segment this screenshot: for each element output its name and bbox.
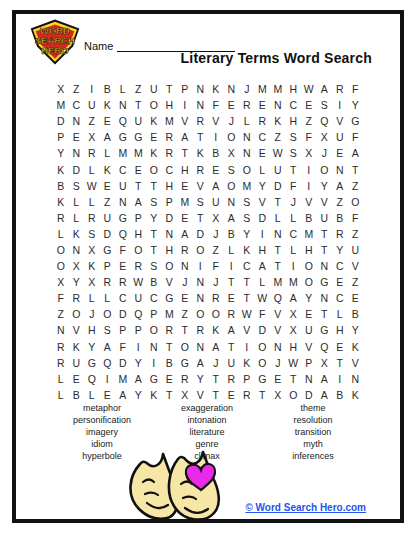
grid-cell: Z [348,226,364,242]
grid-cell: O [301,258,317,274]
grid-cell: A [208,178,224,194]
grid-cell: B [53,178,69,194]
grid-cell: A [286,290,302,306]
grid-cell: O [208,306,224,322]
grid-cell: L [84,290,100,306]
grid-cell: X [317,129,333,145]
grid-cell: X [177,387,193,403]
grid-cell: F [255,306,271,322]
grid-cell: W [270,145,286,161]
grid-cell: R [208,290,224,306]
grid-cell: E [177,290,193,306]
grid-cell: N [53,322,69,338]
grid-cell: P [100,258,116,274]
grid-cell: V [69,322,85,338]
grid-cell: S [84,226,100,242]
page-title: Literary Terms Word Search [181,50,372,66]
grid-cell: M [131,145,147,161]
grid-cell: O [146,97,162,113]
grid-cell: W [84,178,100,194]
grid-cell: D [270,178,286,194]
grid-cell: L [100,145,116,161]
grid-cell: I [146,355,162,371]
grid-cell: A [100,129,116,145]
grid-cell: D [53,113,69,129]
grid-cell: A [100,339,116,355]
grid-cell: R [53,339,69,355]
grid-cell: Z [301,113,317,129]
grid-cell: V [255,194,271,210]
grid-cell: N [115,97,131,113]
grid-cell: T [317,226,333,242]
grid-cell: A [193,355,209,371]
grid-cell: Q [84,371,100,387]
grid-cell: E [69,371,85,387]
grid-cell: J [208,226,224,242]
grid-cell: I [193,258,209,274]
grid-cell: L [255,274,271,290]
grid-cell: N [317,290,333,306]
grid-cell: Y [301,290,317,306]
grid-cell: X [53,81,69,97]
grid-cell: A [317,371,333,387]
grid-cell: T [224,274,240,290]
grid-cell: H [286,81,302,97]
grid-cell: G [115,129,131,145]
grid-cell: E [224,290,240,306]
letter-grid: XZIBLZUTPNKNJMMHWARFMCUKNTOHINFERENCESIY… [53,81,363,403]
grid-cell: D [100,226,116,242]
grid-cell: F [208,97,224,113]
grid-cell: F [53,290,69,306]
grid-cell: B [146,274,162,290]
grid-cell: D [255,210,271,226]
grid-cell: X [84,129,100,145]
grid-cell: A [317,81,333,97]
grid-cell: P [177,81,193,97]
grid-cell: C [239,258,255,274]
grid-cell: Y [69,274,85,290]
grid-cell: H [255,242,271,258]
grid-cell: L [84,194,100,210]
grid-cell: R [53,210,69,226]
grid-cell: L [239,113,255,129]
grid-cell: M [239,178,255,194]
word-search-hero-logo-icon: WORD SEARCH HERO [28,18,82,66]
grid-cell: R [162,322,178,338]
grid-cell: E [301,306,317,322]
grid-cell: Y [348,97,364,113]
grid-cell: E [208,161,224,177]
grid-cell: O [255,355,271,371]
grid-cell: X [84,274,100,290]
grid-cell: K [348,387,364,403]
grid-cell: T [162,81,178,97]
grid-cell: C [115,161,131,177]
grid-cell: A [208,339,224,355]
grid-cell: J [270,355,286,371]
grid-cell: W [255,290,271,306]
grid-cell: L [286,210,302,226]
grid-cell: M [255,81,271,97]
grid-cell: I [208,129,224,145]
grid-cell: H [332,322,348,338]
grid-cell: K [146,387,162,403]
grid-cell: F [115,339,131,355]
grid-cell: K [239,242,255,258]
grid-cell: O [177,339,193,355]
grid-cell: S [239,210,255,226]
grid-cell: T [193,129,209,145]
grid-cell: E [348,290,364,306]
grid-cell: X [224,145,240,161]
grid-cell: U [224,355,240,371]
grid-cell: V [301,339,317,355]
grid-cell: H [162,242,178,258]
grid-cell: B [348,306,364,322]
grid-cell: A [115,387,131,403]
grid-cell: M [286,274,302,290]
grid-cell: E [301,97,317,113]
grid-cell: O [146,322,162,338]
grid-cell: F [348,129,364,145]
grid-cell: A [317,387,333,403]
grid-cell: E [115,258,131,274]
grid-cell: E [69,129,85,145]
grid-cell: J [208,274,224,290]
grid-cell: L [84,161,100,177]
grid-cell: R [53,355,69,371]
grid-cell: N [177,258,193,274]
grid-cell: B [224,226,240,242]
grid-cell: N [193,97,209,113]
grid-cell: N [162,226,178,242]
grid-cell: Y [239,226,255,242]
grid-cell: R [239,387,255,403]
word-item: resolution [243,414,383,426]
grid-cell: K [270,113,286,129]
grid-cell: G [115,210,131,226]
grid-cell: V [239,322,255,338]
grid-cell: O [224,178,240,194]
grid-cell: V [317,194,333,210]
grid-cell: G [100,242,116,258]
grid-cell: G [146,371,162,387]
grid-cell: N [224,194,240,210]
grid-cell: Z [348,178,364,194]
grid-cell: E [177,178,193,194]
grid-cell: C [115,290,131,306]
grid-cell: T [162,339,178,355]
grid-cell: U [332,129,348,145]
grid-cell: B [332,210,348,226]
grid-cell: I [301,161,317,177]
grid-cell: J [286,194,302,210]
grid-cell: Z [348,274,364,290]
grid-cell: M [53,97,69,113]
grid-cell: X [208,210,224,226]
grid-cell: Z [332,194,348,210]
grid-cell: N [193,81,209,97]
grid-cell: N [348,371,364,387]
grid-cell: C [286,226,302,242]
footer-link[interactable]: © Word Search Hero.com [245,502,366,513]
grid-cell: T [193,210,209,226]
grid-cell: N [270,339,286,355]
grid-cell: T [239,274,255,290]
grid-cell: R [131,258,147,274]
grid-cell: N [301,371,317,387]
grid-cell: I [332,97,348,113]
grid-cell: T [348,161,364,177]
grid-cell: E [100,178,116,194]
grid-cell: O [317,161,333,177]
word-item: transition [243,426,383,438]
grid-cell: O [131,242,147,258]
grid-cell: K [208,81,224,97]
grid-cell: K [193,145,209,161]
grid-cell: R [100,274,116,290]
grid-cell: O [193,306,209,322]
grid-cell: Q [317,339,333,355]
grid-cell: N [270,226,286,242]
grid-cell: S [286,129,302,145]
grid-cell: N [332,161,348,177]
grid-cell: L [270,210,286,226]
grid-cell: J [84,306,100,322]
grid-cell: Y [53,145,69,161]
grid-cell: Q [100,355,116,371]
grid-cell: G [162,290,178,306]
grid-cell: D [255,322,271,338]
grid-cell: L [286,242,302,258]
grid-cell: A [131,194,147,210]
grid-cell: T [208,371,224,387]
grid-cell: T [177,145,193,161]
grid-cell: L [100,290,116,306]
grid-cell: K [239,355,255,371]
grid-cell: O [224,129,240,145]
grid-cell: E [146,129,162,145]
grid-cell: L [69,210,85,226]
grid-cell: K [53,194,69,210]
grid-cell: L [332,306,348,322]
grid-cell: G [317,274,333,290]
grid-cell: Y [84,339,100,355]
grid-cell: K [146,145,162,161]
grid-cell: S [317,97,333,113]
grid-cell: X [53,274,69,290]
grid-cell: E [224,97,240,113]
grid-cell: O [53,258,69,274]
grid-cell: E [332,145,348,161]
grid-cell: O [162,258,178,274]
grid-cell: N [69,145,85,161]
grid-cell: Q [115,113,131,129]
grid-cell: R [255,113,271,129]
grid-cell: L [53,371,69,387]
grid-cell: J [224,113,240,129]
grid-cell: Y [193,371,209,387]
grid-cell: J [208,355,224,371]
grid-cell: B [301,210,317,226]
grid-cell: A [332,178,348,194]
grid-cell: V [177,113,193,129]
grid-cell: S [193,194,209,210]
word-item: myth [243,438,383,450]
grid-cell: E [100,113,116,129]
grid-cell: K [69,339,85,355]
grid-cell: Z [270,129,286,145]
grid-cell: C [69,97,85,113]
grid-cell: V [348,355,364,371]
grid-cell: O [301,274,317,290]
grid-cell: N [224,81,240,97]
grid-cell: U [146,81,162,97]
grid-cell: K [146,113,162,129]
grid-cell: O [255,339,271,355]
grid-cell: J [317,145,333,161]
grid-cell: E [270,371,286,387]
grid-cell: Y [317,178,333,194]
grid-cell: T [208,387,224,403]
grid-cell: U [69,355,85,371]
grid-cell: O [69,306,85,322]
grid-cell: N [239,129,255,145]
grid-cell: T [146,226,162,242]
grid-cell: Q [115,226,131,242]
grid-cell: Q [270,290,286,306]
grid-cell: Q [131,306,147,322]
grid-cell: V [193,178,209,194]
grid-cell: A [224,210,240,226]
grid-cell: N [115,194,131,210]
grid-cell: T [131,97,147,113]
grid-cell: O [193,242,209,258]
grid-cell: O [146,161,162,177]
grid-cell: K [69,226,85,242]
grid-cell: G [317,322,333,338]
grid-cell: T [317,242,333,258]
grid-cell: S [69,178,85,194]
grid-cell: T [162,387,178,403]
grid-cell: P [53,129,69,145]
grid-cell: S [100,322,116,338]
grid-cell: T [177,322,193,338]
grid-cell: P [131,322,147,338]
grid-cell: K [208,322,224,338]
grid-cell: T [146,242,162,258]
grid-cell: E [332,274,348,290]
grid-cell: L [69,194,85,210]
grid-cell: N [146,339,162,355]
grid-cell: R [193,113,209,129]
grid-cell: Z [53,306,69,322]
grid-cell: I [100,371,116,387]
grid-cell: L [53,387,69,403]
grid-cell: K [348,339,364,355]
grid-cell: M [115,145,131,161]
grid-cell: Y [131,355,147,371]
grid-cell: R [162,129,178,145]
grid-cell: Y [131,387,147,403]
grid-cell: H [286,339,302,355]
grid-cell: U [84,97,100,113]
grid-cell: I [239,339,255,355]
grid-cell: E [162,371,178,387]
grid-cell: Y [255,178,271,194]
grid-cell: G [131,129,147,145]
grid-cell: L [115,81,131,97]
grid-cell: P [115,322,131,338]
grid-cell: W [131,274,147,290]
grid-cell: U [270,161,286,177]
grid-cell: W [301,81,317,97]
grid-cell: C [146,290,162,306]
grid-cell: M [177,194,193,210]
grid-cell: O [53,242,69,258]
grid-cell: S [146,194,162,210]
grid-cell: R [239,97,255,113]
grid-cell: I [131,339,147,355]
grid-cell: Z [177,306,193,322]
grid-cell: I [332,371,348,387]
grid-cell: X [286,306,302,322]
grid-cell: H [301,242,317,258]
grid-cell: X [286,322,302,338]
grid-cell: K [53,161,69,177]
grid-cell: S [239,194,255,210]
grid-cell: H [162,178,178,194]
grid-cell: V [348,258,364,274]
grid-cell: V [332,113,348,129]
grid-cell: F [115,242,131,258]
grid-cell: T [146,178,162,194]
grid-cell: C [332,258,348,274]
grid-cell: Y [332,242,348,258]
grid-cell: O [348,194,364,210]
grid-cell: D [115,306,131,322]
grid-cell: U [208,194,224,210]
grid-cell: G [177,355,193,371]
grid-cell: D [162,210,178,226]
grid-cell: F [348,210,364,226]
grid-cell: W [286,355,302,371]
grid-cell: B [162,355,178,371]
grid-cell: G [348,113,364,129]
grid-cell: P [239,371,255,387]
grid-cell: T [286,371,302,387]
grid-cell: C [255,129,271,145]
grid-cell: U [301,322,317,338]
grid-cell: A [348,145,364,161]
grid-cell: P [301,355,317,371]
name-label: Name [84,40,113,52]
grid-cell: R [84,145,100,161]
grid-cell: Z [69,81,85,97]
grid-cell: B [69,387,85,403]
grid-cell: R [224,306,240,322]
grid-cell: I [301,178,317,194]
grid-cell: R [332,81,348,97]
grid-cell: R [193,322,209,338]
grid-cell: U [317,210,333,226]
grid-cell: H [177,161,193,177]
grid-cell: D [115,355,131,371]
grid-cell: M [162,113,178,129]
grid-cell: T [239,290,255,306]
grid-cell: I [84,81,100,97]
